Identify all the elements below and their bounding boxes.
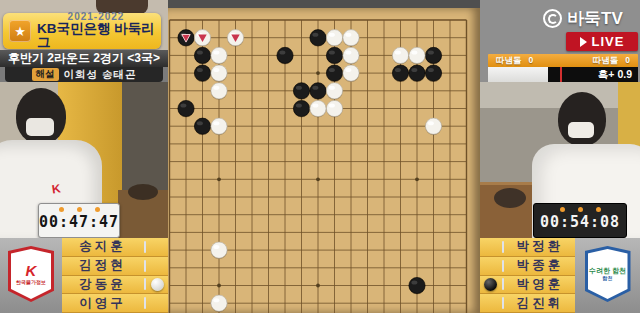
roster-left-row-2: 김정현 — [62, 257, 168, 276]
stone-black — [194, 65, 210, 82]
roster-divider — [144, 241, 146, 253]
live-badge: LIVE — [566, 32, 638, 51]
captures-left-value: 0 — [529, 55, 534, 67]
stone-white — [227, 30, 243, 47]
stone-black — [392, 65, 408, 82]
stone-black — [293, 100, 309, 117]
roster-right-row-4: 김진휘 — [480, 294, 575, 313]
match-info-bar: 후반기 2라운드 2경기 <3국> — [0, 50, 168, 67]
stone-black — [425, 65, 441, 82]
game-clock-left: 00:47:47 — [38, 203, 120, 238]
team-left-name: 한국물가정보 — [16, 280, 46, 285]
stone-black — [326, 47, 342, 64]
roster-right-row-2: 박종훈 — [480, 257, 575, 276]
clock-left-time: 00:47:47 — [39, 212, 119, 232]
go-board-svg — [168, 8, 480, 313]
white-share-segment — [488, 67, 548, 82]
stone-black — [409, 65, 425, 82]
score-estimate-bar: 흑+ 0.9 — [488, 67, 638, 82]
score-estimate-text: 흑+ 0.9 — [598, 68, 632, 82]
channel-logo: 바둑TV — [543, 5, 639, 31]
stone-black — [425, 47, 441, 64]
team-left-logo-block: K 한국물가정보 — [0, 238, 62, 313]
team-left-logo-letter: K — [26, 263, 37, 278]
stone-black — [178, 100, 194, 117]
stone-black — [277, 47, 293, 64]
player-name: 이영구 — [66, 295, 139, 312]
roster-right-row-1: 박정환 — [480, 238, 575, 257]
player-name: 박영훈 — [509, 276, 571, 293]
stone-white — [310, 100, 326, 117]
stone-black — [178, 30, 194, 47]
roster-divider — [502, 260, 504, 272]
commentary-label: 해설 — [32, 68, 59, 81]
player-name: 송지훈 — [66, 238, 139, 255]
live-label: LIVE — [592, 34, 625, 49]
captures-right-label: 따냄돌 — [593, 55, 619, 67]
roster-right-row-3: 박영훈 — [480, 276, 575, 295]
broadcast-frame: ★ 2021-2022 KB국민은행 바둑리그 후반기 2라운드 2경기 <3국… — [0, 0, 640, 313]
roster-divider — [144, 278, 146, 290]
league-name: KB국민은행 바둑리그 — [37, 22, 155, 50]
stone-black — [194, 47, 210, 64]
stone-black — [326, 65, 342, 82]
go-bowl-left — [128, 184, 158, 200]
player-left-mask — [26, 118, 54, 136]
commentary-bar: 해설 이희성 송태곤 — [5, 67, 163, 82]
clock-right-time: 00:54:08 — [540, 212, 620, 232]
stone-black — [293, 83, 309, 100]
stone-white — [392, 47, 408, 64]
stone-white — [409, 47, 425, 64]
camera-right-ceiling — [480, 82, 640, 108]
team-right-logo-block: 수려한 합천 합천 — [575, 238, 640, 313]
player-name: 박종훈 — [509, 257, 571, 274]
stone-white — [211, 118, 227, 135]
stone-white — [343, 30, 359, 47]
go-bowl-right — [494, 188, 526, 208]
board-top-shadow — [168, 0, 480, 8]
roster-divider — [144, 260, 146, 272]
stone-white — [211, 65, 227, 82]
player-name: 김진휘 — [509, 295, 571, 312]
stone-indicator-white — [151, 278, 164, 291]
team-roster-left: K 한국물가정보 송지훈 김정현 강동윤 이영구 — [0, 238, 168, 313]
stone-black — [310, 30, 326, 47]
stone-black — [310, 83, 326, 100]
stone-white — [326, 100, 342, 117]
stone-white — [425, 118, 441, 135]
game-clock-right: 00:54:08 — [533, 203, 627, 238]
baduktv-circle-icon — [543, 9, 562, 28]
player-left-jersey-logo: K — [51, 181, 62, 196]
captures-bar: 따냄돌 0 따냄돌 0 — [488, 54, 638, 67]
stone-black — [194, 118, 210, 135]
stone-indicator-black — [484, 278, 497, 291]
stone-white — [343, 65, 359, 82]
team-right-region: 합천 — [603, 276, 613, 281]
team-right-name: 수려한 합천 — [589, 267, 626, 274]
stone-white — [211, 242, 227, 259]
roster-divider — [144, 297, 146, 309]
team-right-shield-logo: 수려한 합천 합천 — [585, 246, 631, 302]
roster-left-row-4: 이영구 — [62, 294, 168, 313]
player-name: 강동윤 — [66, 276, 139, 293]
kb-star-logo-icon: ★ — [9, 20, 31, 42]
captures-left-label: 따냄돌 — [496, 55, 522, 67]
stone-white — [326, 30, 342, 47]
player-right-mask — [568, 122, 594, 138]
roster-divider — [502, 241, 504, 253]
commentator-names: 이희성 송태곤 — [64, 68, 137, 82]
roster-divider — [502, 297, 504, 309]
player-name: 김정현 — [66, 257, 139, 274]
league-banner: ★ 2021-2022 KB국민은행 바둑리그 — [3, 13, 161, 49]
stone-black — [409, 277, 425, 294]
go-board — [168, 8, 480, 313]
stone-white — [211, 47, 227, 64]
play-triangle-icon — [580, 37, 587, 47]
stone-white — [211, 295, 227, 312]
stone-white — [211, 83, 227, 100]
team-left-shield-logo: K 한국물가정보 — [8, 246, 54, 302]
roster-divider — [502, 278, 504, 290]
captures-right-value: 0 — [625, 55, 630, 67]
score-tick-mark — [560, 67, 562, 82]
roster-left-row-3: 강동윤 — [62, 276, 168, 295]
roster-left-row-1: 송지훈 — [62, 238, 168, 257]
player-name: 박정환 — [509, 238, 571, 255]
team-roster-right: 박정환 박종훈 박영훈 김진휘 수려한 합천 합천 — [480, 238, 640, 313]
channel-name: 바둑TV — [567, 7, 623, 30]
stone-white — [326, 83, 342, 100]
stone-white — [194, 30, 210, 47]
stone-white — [343, 47, 359, 64]
